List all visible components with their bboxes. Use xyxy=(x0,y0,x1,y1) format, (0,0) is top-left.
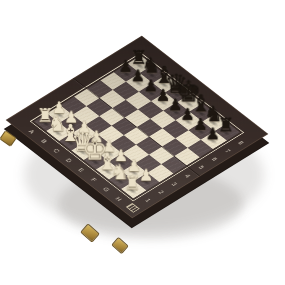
product-photo: ABCDEFGH 87654321 ♜♞♝♛♚♝♞♜♟♟♟♟♟♟♟♟♟♟♟♟♟♟… xyxy=(0,0,285,285)
piece-black-pawn: ♟ xyxy=(205,126,219,142)
piece-white-rook: ♜ xyxy=(124,173,141,192)
chess-board: ABCDEFGH 87654321 ♜♞♝♛♚♝♞♜♟♟♟♟♟♟♟♟♟♟♟♟♟♟… xyxy=(6,36,269,218)
maker-stamp xyxy=(126,203,140,213)
board-tilt-wrapper: ABCDEFGH 87654321 ♜♞♝♛♚♝♞♜♟♟♟♟♟♟♟♟♟♟♟♟♟♟… xyxy=(0,0,285,285)
